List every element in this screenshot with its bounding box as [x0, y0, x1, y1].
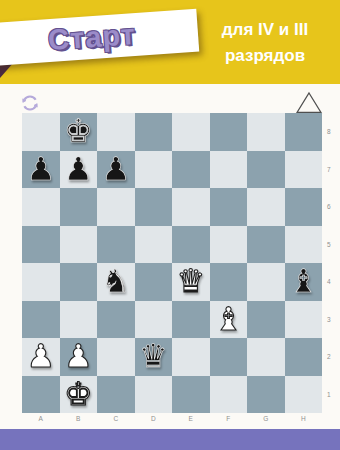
rank-label-6: 6	[324, 188, 338, 226]
triangle-outline-icon	[295, 91, 323, 114]
square-c1[interactable]	[97, 376, 135, 414]
square-h1[interactable]	[285, 376, 323, 414]
square-c3[interactable]	[97, 301, 135, 339]
square-b7[interactable]: ♟	[60, 151, 98, 189]
refresh-button[interactable]	[20, 93, 40, 113]
square-g2[interactable]	[247, 338, 285, 376]
rank-label-5: 5	[324, 226, 338, 264]
square-f8[interactable]	[210, 113, 248, 151]
square-d5[interactable]	[135, 226, 173, 264]
piece-black-bishop[interactable]: ♝	[289, 263, 318, 301]
piece-white-bishop[interactable]: ♝	[214, 301, 243, 339]
square-d3[interactable]	[135, 301, 173, 339]
square-h3[interactable]	[285, 301, 323, 339]
square-a7[interactable]: ♟	[22, 151, 60, 189]
square-e7[interactable]	[172, 151, 210, 189]
square-f3[interactable]: ♝	[210, 301, 248, 339]
square-e6[interactable]	[172, 188, 210, 226]
square-f2[interactable]	[210, 338, 248, 376]
file-label-g: G	[247, 413, 285, 425]
rank-label-4: 4	[324, 263, 338, 301]
file-label-f: F	[210, 413, 248, 425]
rank-label-8: 8	[324, 113, 338, 151]
category-subtitle: для IV и III разрядов	[196, 17, 334, 69]
square-a2[interactable]: ♟	[22, 338, 60, 376]
file-label-b: B	[60, 413, 98, 425]
piece-white-pawn[interactable]: ♟	[64, 338, 93, 376]
rank-label-2: 2	[324, 338, 338, 376]
square-c5[interactable]	[97, 226, 135, 264]
square-e5[interactable]	[172, 226, 210, 264]
square-d1[interactable]	[135, 376, 173, 414]
piece-black-pawn[interactable]: ♟	[101, 151, 130, 189]
square-c8[interactable]	[97, 113, 135, 151]
square-a3[interactable]	[22, 301, 60, 339]
square-g8[interactable]	[247, 113, 285, 151]
piece-black-pawn[interactable]: ♟	[64, 151, 93, 189]
square-g5[interactable]	[247, 226, 285, 264]
piece-black-knight[interactable]: ♞	[101, 263, 130, 301]
square-b3[interactable]	[60, 301, 98, 339]
square-e1[interactable]	[172, 376, 210, 414]
square-h5[interactable]	[285, 226, 323, 264]
square-b8[interactable]: ♚	[60, 113, 98, 151]
rank-label-1: 1	[324, 376, 338, 414]
square-f5[interactable]	[210, 226, 248, 264]
square-f6[interactable]	[210, 188, 248, 226]
square-e4[interactable]: ♛	[172, 263, 210, 301]
square-f1[interactable]	[210, 376, 248, 414]
file-label-a: A	[22, 413, 60, 425]
square-d2[interactable]: ♛	[135, 338, 173, 376]
subtitle-line-1: для IV и III	[196, 17, 334, 43]
square-d6[interactable]	[135, 188, 173, 226]
refresh-icon	[20, 93, 40, 113]
triangle-shape-button[interactable]	[295, 91, 323, 114]
square-a8[interactable]	[22, 113, 60, 151]
rank-labels: 87654321	[324, 113, 338, 413]
piece-black-pawn[interactable]: ♟	[26, 151, 55, 189]
start-banner[interactable]: Старт	[0, 9, 199, 67]
file-label-e: E	[172, 413, 210, 425]
file-labels: ABCDEFGH	[22, 413, 322, 425]
square-a6[interactable]	[22, 188, 60, 226]
rank-label-3: 3	[324, 301, 338, 339]
square-b2[interactable]: ♟	[60, 338, 98, 376]
file-label-c: C	[97, 413, 135, 425]
square-h8[interactable]	[285, 113, 323, 151]
square-d7[interactable]	[135, 151, 173, 189]
square-d8[interactable]	[135, 113, 173, 151]
square-g7[interactable]	[247, 151, 285, 189]
square-b5[interactable]	[60, 226, 98, 264]
square-e8[interactable]	[172, 113, 210, 151]
square-h7[interactable]	[285, 151, 323, 189]
square-g3[interactable]	[247, 301, 285, 339]
square-b1[interactable]: ♚	[60, 376, 98, 414]
start-label: Старт	[47, 18, 137, 57]
app: Старт для IV и III разрядов ♚♟♟♟♞♛♝♝♟♟♛♚…	[0, 0, 340, 450]
square-f4[interactable]	[210, 263, 248, 301]
square-a1[interactable]	[22, 376, 60, 414]
piece-white-queen[interactable]: ♛	[176, 263, 205, 301]
square-c2[interactable]	[97, 338, 135, 376]
subtitle-line-2: разрядов	[196, 43, 334, 69]
header-banner-area: Старт для IV и III разрядов	[0, 0, 340, 84]
square-f7[interactable]	[210, 151, 248, 189]
square-h4[interactable]: ♝	[285, 263, 323, 301]
square-g6[interactable]	[247, 188, 285, 226]
file-label-d: D	[135, 413, 173, 425]
piece-black-queen[interactable]: ♛	[139, 338, 168, 376]
square-b4[interactable]	[60, 263, 98, 301]
square-g1[interactable]	[247, 376, 285, 414]
square-c7[interactable]: ♟	[97, 151, 135, 189]
rank-label-7: 7	[324, 151, 338, 189]
square-c6[interactable]	[97, 188, 135, 226]
square-h2[interactable]	[285, 338, 323, 376]
piece-black-king[interactable]: ♚	[64, 113, 93, 151]
square-c4[interactable]: ♞	[97, 263, 135, 301]
square-b6[interactable]	[60, 188, 98, 226]
square-a5[interactable]	[22, 226, 60, 264]
chess-board: ♚♟♟♟♞♛♝♝♟♟♛♚	[22, 113, 322, 413]
file-label-h: H	[285, 413, 323, 425]
square-d4[interactable]	[135, 263, 173, 301]
footer-bar	[0, 429, 340, 450]
square-h6[interactable]	[285, 188, 323, 226]
square-e3[interactable]	[172, 301, 210, 339]
piece-white-king[interactable]: ♚	[64, 376, 93, 414]
square-e2[interactable]	[172, 338, 210, 376]
square-a4[interactable]	[22, 263, 60, 301]
square-g4[interactable]	[247, 263, 285, 301]
piece-white-pawn[interactable]: ♟	[26, 338, 55, 376]
